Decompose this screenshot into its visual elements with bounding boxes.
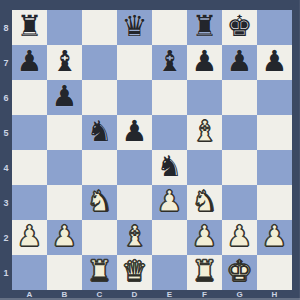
- square-f3[interactable]: ♞: [187, 185, 222, 220]
- white-rook: ♜: [192, 255, 218, 289]
- square-a3[interactable]: [12, 185, 47, 220]
- square-a2[interactable]: ♟: [12, 220, 47, 255]
- file-label-g: G: [222, 288, 257, 300]
- black-bishop: ♝: [157, 45, 183, 79]
- square-b5[interactable]: [47, 115, 82, 150]
- square-h3[interactable]: [257, 185, 292, 220]
- square-g4[interactable]: [222, 150, 257, 185]
- square-f7[interactable]: ♟: [187, 45, 222, 80]
- square-h6[interactable]: [257, 80, 292, 115]
- square-b1[interactable]: [47, 255, 82, 290]
- rank-label-5: 5: [0, 115, 12, 150]
- black-pawn: ♟: [17, 45, 43, 79]
- black-king: ♚: [227, 10, 253, 44]
- square-e8[interactable]: [152, 10, 187, 45]
- square-e5[interactable]: [152, 115, 187, 150]
- rank-label-4: 4: [0, 150, 12, 185]
- square-f1[interactable]: ♜: [187, 255, 222, 290]
- square-g6[interactable]: [222, 80, 257, 115]
- square-a5[interactable]: [12, 115, 47, 150]
- square-h5[interactable]: [257, 115, 292, 150]
- white-pawn: ♟: [227, 220, 253, 254]
- square-f4[interactable]: [187, 150, 222, 185]
- square-e2[interactable]: [152, 220, 187, 255]
- square-g1[interactable]: ♚: [222, 255, 257, 290]
- white-queen: ♛: [122, 255, 148, 289]
- black-pawn: ♟: [227, 45, 253, 79]
- square-h4[interactable]: [257, 150, 292, 185]
- square-f5[interactable]: ♝: [187, 115, 222, 150]
- square-b8[interactable]: [47, 10, 82, 45]
- square-c7[interactable]: [82, 45, 117, 80]
- rank-label-6: 6: [0, 80, 12, 115]
- square-e6[interactable]: [152, 80, 187, 115]
- file-label-e: E: [152, 288, 187, 300]
- square-e4[interactable]: ♞: [152, 150, 187, 185]
- square-b6[interactable]: ♟: [47, 80, 82, 115]
- rank-label-8: 8: [0, 10, 12, 45]
- chess-board: ♜♛♜♚♟♝♝♟♟♟♟♞♟♝♞♞♟♞♟♟♝♟♟♟♜♛♜♚: [12, 10, 292, 290]
- square-c5[interactable]: ♞: [82, 115, 117, 150]
- file-labels: ABCDEFGH: [12, 288, 292, 300]
- square-a1[interactable]: [12, 255, 47, 290]
- square-a4[interactable]: [12, 150, 47, 185]
- square-c1[interactable]: ♜: [82, 255, 117, 290]
- white-pawn: ♟: [262, 220, 288, 254]
- square-c6[interactable]: [82, 80, 117, 115]
- white-pawn: ♟: [157, 185, 183, 219]
- black-rook: ♜: [192, 10, 218, 44]
- square-b4[interactable]: [47, 150, 82, 185]
- white-pawn: ♟: [52, 220, 78, 254]
- square-a7[interactable]: ♟: [12, 45, 47, 80]
- black-pawn: ♟: [192, 45, 218, 79]
- black-pawn: ♟: [262, 45, 288, 79]
- square-g7[interactable]: ♟: [222, 45, 257, 80]
- square-e1[interactable]: [152, 255, 187, 290]
- square-c2[interactable]: [82, 220, 117, 255]
- black-knight: ♞: [157, 150, 183, 184]
- square-h7[interactable]: ♟: [257, 45, 292, 80]
- square-h8[interactable]: [257, 10, 292, 45]
- square-e7[interactable]: ♝: [152, 45, 187, 80]
- rank-labels: 87654321: [0, 10, 12, 290]
- rank-label-7: 7: [0, 45, 12, 80]
- black-bishop: ♝: [52, 45, 78, 79]
- white-pawn: ♟: [192, 220, 218, 254]
- file-label-c: C: [82, 288, 117, 300]
- white-bishop: ♝: [192, 115, 218, 149]
- white-bishop: ♝: [122, 220, 148, 254]
- square-f2[interactable]: ♟: [187, 220, 222, 255]
- square-d5[interactable]: ♟: [117, 115, 152, 150]
- square-a6[interactable]: [12, 80, 47, 115]
- square-b7[interactable]: ♝: [47, 45, 82, 80]
- square-f8[interactable]: ♜: [187, 10, 222, 45]
- chess-diagram: 87654321 ♜♛♜♚♟♝♝♟♟♟♟♞♟♝♞♞♟♞♟♟♝♟♟♟♜♛♜♚ AB…: [0, 0, 300, 300]
- square-e3[interactable]: ♟: [152, 185, 187, 220]
- white-king: ♚: [227, 255, 253, 289]
- black-pawn: ♟: [122, 115, 148, 149]
- square-f6[interactable]: [187, 80, 222, 115]
- square-c8[interactable]: [82, 10, 117, 45]
- square-g2[interactable]: ♟: [222, 220, 257, 255]
- square-g3[interactable]: [222, 185, 257, 220]
- white-rook: ♜: [87, 255, 113, 289]
- square-d3[interactable]: [117, 185, 152, 220]
- black-queen: ♛: [122, 10, 148, 44]
- rank-label-3: 3: [0, 185, 12, 220]
- file-label-b: B: [47, 288, 82, 300]
- black-knight: ♞: [87, 115, 113, 149]
- rank-label-1: 1: [0, 255, 12, 290]
- square-d8[interactable]: ♛: [117, 10, 152, 45]
- white-knight: ♞: [87, 185, 113, 219]
- square-d1[interactable]: ♛: [117, 255, 152, 290]
- square-b2[interactable]: ♟: [47, 220, 82, 255]
- square-h2[interactable]: ♟: [257, 220, 292, 255]
- file-label-f: F: [187, 288, 222, 300]
- white-pawn: ♟: [17, 220, 43, 254]
- square-d2[interactable]: ♝: [117, 220, 152, 255]
- square-g8[interactable]: ♚: [222, 10, 257, 45]
- square-c3[interactable]: ♞: [82, 185, 117, 220]
- file-label-d: D: [117, 288, 152, 300]
- square-g5[interactable]: [222, 115, 257, 150]
- square-a8[interactable]: ♜: [12, 10, 47, 45]
- square-d7[interactable]: [117, 45, 152, 80]
- square-c4[interactable]: [82, 150, 117, 185]
- square-h1[interactable]: [257, 255, 292, 290]
- square-d4[interactable]: [117, 150, 152, 185]
- black-rook: ♜: [17, 10, 43, 44]
- file-label-a: A: [12, 288, 47, 300]
- white-knight: ♞: [192, 185, 218, 219]
- file-label-h: H: [257, 288, 292, 300]
- square-d6[interactable]: [117, 80, 152, 115]
- square-b3[interactable]: [47, 185, 82, 220]
- rank-label-2: 2: [0, 220, 12, 255]
- black-pawn: ♟: [52, 80, 78, 114]
